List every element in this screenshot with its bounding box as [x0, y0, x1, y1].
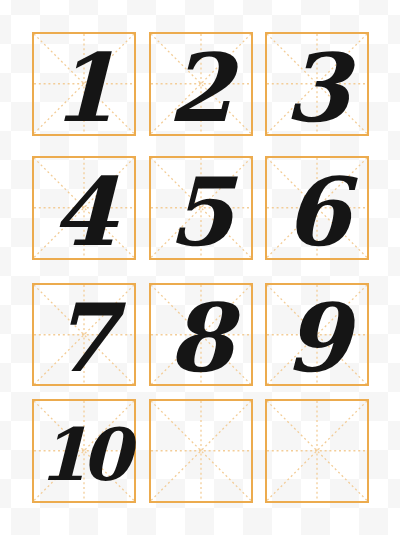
practice-cell-empty-2: [265, 399, 369, 503]
brush-digit: 6: [267, 162, 367, 262]
brush-digit: 7: [34, 289, 134, 389]
practice-cell-10: 10: [32, 399, 136, 503]
practice-cell-7: 7: [32, 283, 136, 387]
practice-cell-8: 8: [149, 283, 253, 387]
brush-digit: 1: [34, 38, 134, 138]
practice-cell-1: 1: [32, 32, 136, 136]
brush-digit: 4: [34, 162, 134, 262]
practice-cell-3: 3: [265, 32, 369, 136]
brush-digit: 10: [34, 405, 134, 505]
board-row-1: 1 2 3: [32, 32, 369, 136]
brush-digit: 2: [151, 38, 251, 138]
brush-digit: 3: [267, 38, 367, 138]
practice-cell-4: 4: [32, 156, 136, 260]
practice-cell-2: 2: [149, 32, 253, 136]
brush-digit: 8: [151, 289, 251, 389]
board-row-2: 4 5 6: [32, 156, 369, 260]
practice-cell-5: 5: [149, 156, 253, 260]
board-row-3: 7 8 9: [32, 283, 369, 387]
brush-digit: 9: [267, 289, 367, 389]
brush-digit: 5: [151, 162, 251, 262]
brush-digit: [267, 405, 367, 505]
practice-cell-empty-1: [149, 399, 253, 503]
brush-digit: [151, 405, 251, 505]
practice-cell-6: 6: [265, 156, 369, 260]
transparent-checker-background: 1 2 3 4 5 6 7 8: [0, 0, 400, 535]
practice-cell-9: 9: [265, 283, 369, 387]
board-row-4: 10: [32, 399, 369, 503]
